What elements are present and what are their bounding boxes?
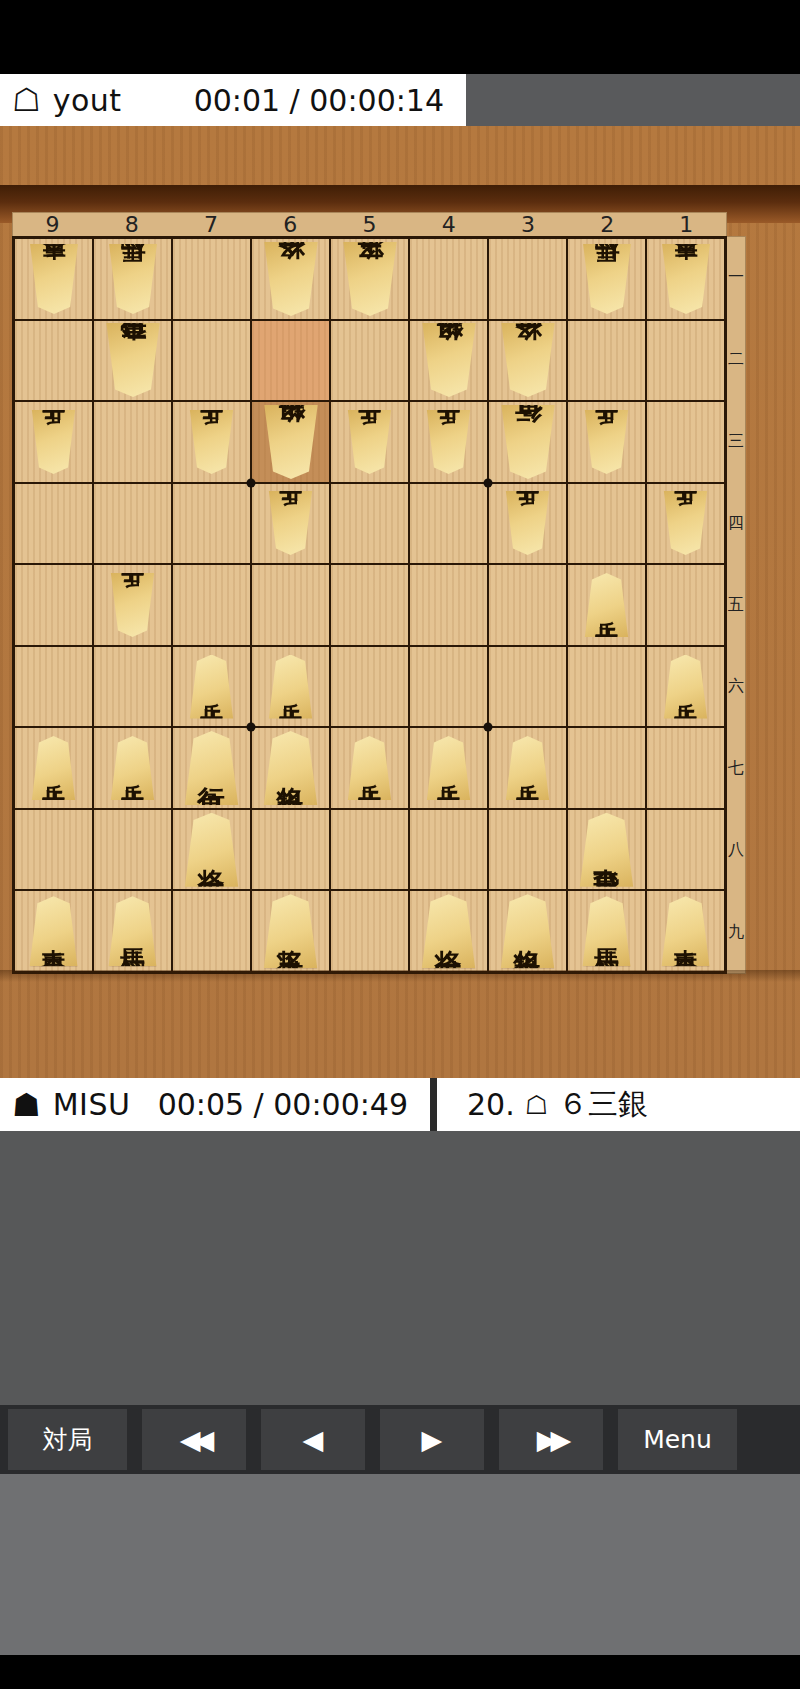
- shogi-piece-sente-歩兵[interactable]: 歩兵: [583, 573, 630, 637]
- board-cell-8四[interactable]: [94, 484, 171, 564]
- shogi-piece-gote-金将[interactable]: 金将: [262, 242, 320, 316]
- board-cell-6七[interactable]: 銀将: [252, 728, 329, 808]
- shogi-piece-sente-歩兵[interactable]: 歩兵: [109, 736, 156, 800]
- shogi-piece-gote-歩兵[interactable]: 歩兵: [583, 410, 630, 474]
- rank-label-二: 二: [727, 319, 745, 401]
- board-cell-4八[interactable]: [410, 810, 487, 890]
- file-label-6: 6: [251, 213, 330, 236]
- file-label-3: 3: [488, 213, 567, 236]
- lower-panel: [0, 1474, 800, 1655]
- shogi-piece-gote-香車[interactable]: 香車: [660, 244, 712, 314]
- game-button[interactable]: 対局: [8, 1409, 127, 1470]
- file-label-4: 4: [409, 213, 488, 236]
- shogi-piece-gote-歩兵[interactable]: 歩兵: [425, 410, 472, 474]
- board-cell-4七[interactable]: 歩兵: [410, 728, 487, 808]
- board-cell-1五[interactable]: [647, 565, 724, 645]
- board-cell-5七[interactable]: 歩兵: [331, 728, 408, 808]
- board-cell-3四[interactable]: 歩兵: [489, 484, 566, 564]
- board-cell-7七[interactable]: 角行: [173, 728, 250, 808]
- board-cell-9八[interactable]: [15, 810, 92, 890]
- board-cell-1四[interactable]: 歩兵: [647, 484, 724, 564]
- board-cell-7八[interactable]: 金将: [173, 810, 250, 890]
- shogi-piece-gote-銀将[interactable]: 銀将: [262, 405, 320, 479]
- board-cell-9五[interactable]: [15, 565, 92, 645]
- file-label-1: 1: [647, 213, 726, 236]
- skip-back-button[interactable]: ◀◀: [142, 1409, 246, 1470]
- board-cell-6五[interactable]: [252, 565, 329, 645]
- board-cell-4五[interactable]: [410, 565, 487, 645]
- board-cell-1二[interactable]: [647, 321, 724, 401]
- board-cell-1九[interactable]: 香車: [647, 891, 724, 971]
- board-cell-6一[interactable]: 金将: [252, 239, 329, 319]
- board-cell-9九[interactable]: 香車: [15, 891, 92, 971]
- shogi-piece-sente-桂馬[interactable]: 桂馬: [581, 896, 633, 966]
- board-cell-2二[interactable]: [568, 321, 645, 401]
- top-player-clock: 00:01 / 00:00:14: [194, 83, 466, 118]
- board-cell-6九[interactable]: 玉将: [252, 891, 329, 971]
- shogi-piece-sente-銀将[interactable]: 銀将: [262, 731, 320, 805]
- shogi-piece-gote-銀将[interactable]: 銀将: [420, 323, 478, 397]
- board-cell-1六[interactable]: 歩兵: [647, 647, 724, 727]
- board-cell-2四[interactable]: [568, 484, 645, 564]
- board-cell-9四[interactable]: [15, 484, 92, 564]
- board-cell-7九[interactable]: [173, 891, 250, 971]
- board-cell-2五[interactable]: 歩兵: [568, 565, 645, 645]
- file-label-9: 9: [13, 213, 92, 236]
- hoshi-dot: [483, 478, 492, 487]
- bottom-player-card: ☗ MISU 00:05 / 00:00:49: [0, 1078, 430, 1131]
- shogi-piece-sente-歩兵[interactable]: 歩兵: [504, 736, 551, 800]
- file-label-2: 2: [568, 213, 647, 236]
- board-cell-7二[interactable]: [173, 321, 250, 401]
- board-cell-7三[interactable]: 歩兵: [173, 402, 250, 482]
- shogi-piece-sente-歩兵[interactable]: 歩兵: [346, 736, 393, 800]
- rank-label-一: 一: [727, 237, 745, 319]
- shogi-piece-gote-歩兵[interactable]: 歩兵: [109, 573, 156, 637]
- board-cell-5八[interactable]: [331, 810, 408, 890]
- board-cell-3一[interactable]: [489, 239, 566, 319]
- board-cell-7四[interactable]: [173, 484, 250, 564]
- board-cell-1一[interactable]: 香車: [647, 239, 724, 319]
- board-cell-4四[interactable]: [410, 484, 487, 564]
- hoshi-dot: [247, 478, 256, 487]
- board-cell-5五[interactable]: [331, 565, 408, 645]
- board-cell-5二[interactable]: [331, 321, 408, 401]
- top-player-card: ☖ yout 00:01 / 00:00:14: [0, 74, 466, 126]
- shogi-piece-gote-歩兵[interactable]: 歩兵: [346, 410, 393, 474]
- shogi-piece-gote-飛車[interactable]: 飛車: [104, 323, 162, 397]
- shogi-piece-gote-歩兵[interactable]: 歩兵: [662, 491, 709, 555]
- shogi-piece-sente-銀将[interactable]: 銀将: [499, 894, 557, 968]
- board-cell-5九[interactable]: [331, 891, 408, 971]
- top-player-bar: ☖ yout 00:01 / 00:00:14: [0, 74, 800, 126]
- shogi-piece-sente-玉将[interactable]: 玉将: [262, 894, 320, 968]
- shogi-piece-sente-金将[interactable]: 金将: [183, 813, 241, 887]
- board-cell-3六[interactable]: [489, 647, 566, 727]
- status-bar-bottom: [0, 1655, 800, 1689]
- board-cell-4二[interactable]: 銀将: [410, 321, 487, 401]
- board-cell-4九[interactable]: 金将: [410, 891, 487, 971]
- board-cell-1三[interactable]: [647, 402, 724, 482]
- bottom-player-name: MISU: [53, 1087, 131, 1122]
- shogi-piece-gote-歩兵[interactable]: 歩兵: [188, 410, 235, 474]
- shogi-piece-gote-歩兵[interactable]: 歩兵: [504, 491, 551, 555]
- move-text: ６三銀: [558, 1084, 648, 1125]
- board-cell-8三[interactable]: [94, 402, 171, 482]
- shogi-board[interactable]: 香車桂馬金将王将桂馬香車飛車銀将金将歩兵歩兵銀将歩兵歩兵角行歩兵歩兵歩兵歩兵歩兵…: [12, 236, 727, 974]
- board-cell-6二[interactable]: [252, 321, 329, 401]
- board-wrap: 香車桂馬金将王将桂馬香車飛車銀将金将歩兵歩兵銀将歩兵歩兵角行歩兵歩兵歩兵歩兵歩兵…: [12, 236, 746, 974]
- board-cell-9一[interactable]: 香車: [15, 239, 92, 319]
- file-labels: 987654321: [12, 212, 727, 236]
- rank-label-八: 八: [727, 809, 745, 891]
- board-cell-8九[interactable]: 桂馬: [94, 891, 171, 971]
- shogi-piece-gote-歩兵[interactable]: 歩兵: [267, 491, 314, 555]
- rank-label-四: 四: [727, 482, 745, 564]
- skip-forward-button[interactable]: ▶▶: [499, 1409, 603, 1470]
- board-cell-8七[interactable]: 歩兵: [94, 728, 171, 808]
- board-cell-5一[interactable]: 王将: [331, 239, 408, 319]
- bottom-player-bar: ☗ MISU 00:05 / 00:00:49 20. ☖ ６三銀: [0, 1078, 800, 1131]
- board-bottom-shadow: [0, 970, 800, 982]
- rank-label-五: 五: [727, 564, 745, 646]
- board-cell-6八[interactable]: [252, 810, 329, 890]
- move-indicator: 20. ☖ ６三銀: [437, 1078, 800, 1131]
- board-cell-2三[interactable]: 歩兵: [568, 402, 645, 482]
- board-cell-2七[interactable]: [568, 728, 645, 808]
- hoshi-dot: [247, 723, 256, 732]
- board-cell-4六[interactable]: [410, 647, 487, 727]
- shogi-piece-sente-歩兵[interactable]: 歩兵: [662, 655, 709, 719]
- board-cell-9六[interactable]: [15, 647, 92, 727]
- file-label-5: 5: [330, 213, 409, 236]
- shogi-piece-sente-香車[interactable]: 香車: [28, 896, 80, 966]
- board-cell-6四[interactable]: 歩兵: [252, 484, 329, 564]
- board-cell-1八[interactable]: [647, 810, 724, 890]
- table-background: 987654321 香車桂馬金将王将桂馬香車飛車銀将金将歩兵歩兵銀将歩兵歩兵角行…: [0, 126, 800, 1080]
- rank-label-六: 六: [727, 646, 745, 728]
- shogi-piece-sente-角行[interactable]: 角行: [183, 731, 241, 805]
- sente-piece-icon: ☗: [12, 1086, 41, 1124]
- board-cell-8二[interactable]: 飛車: [94, 321, 171, 401]
- shogi-piece-sente-歩兵[interactable]: 歩兵: [188, 655, 235, 719]
- board-cell-8一[interactable]: 桂馬: [94, 239, 171, 319]
- rank-labels: 一二三四五六七八九: [727, 236, 746, 974]
- shogi-piece-sente-歩兵[interactable]: 歩兵: [425, 736, 472, 800]
- board-cell-2一[interactable]: 桂馬: [568, 239, 645, 319]
- board-cell-3八[interactable]: [489, 810, 566, 890]
- shogi-piece-sente-歩兵[interactable]: 歩兵: [267, 655, 314, 719]
- board-cell-9七[interactable]: 歩兵: [15, 728, 92, 808]
- controls-bar: 対局 ◀◀ ◀ ▶ ▶▶ Menu: [0, 1405, 800, 1474]
- board-cell-6六[interactable]: 歩兵: [252, 647, 329, 727]
- file-label-7: 7: [171, 213, 250, 236]
- rank-label-九: 九: [727, 891, 745, 973]
- shogi-piece-sente-香車[interactable]: 香車: [660, 896, 712, 966]
- board-cell-5六[interactable]: [331, 647, 408, 727]
- board-cell-2九[interactable]: 桂馬: [568, 891, 645, 971]
- board-cell-3三[interactable]: 角行: [489, 402, 566, 482]
- shogi-piece-sente-歩兵[interactable]: 歩兵: [30, 736, 77, 800]
- status-bar-top: [0, 0, 800, 74]
- move-number: 20.: [467, 1087, 515, 1122]
- board-cell-7六[interactable]: 歩兵: [173, 647, 250, 727]
- gote-move-icon: ☖: [525, 1090, 548, 1120]
- top-player-name: yout: [53, 83, 122, 118]
- step-forward-button[interactable]: ▶: [380, 1409, 484, 1470]
- bottom-player-clock: 00:05 / 00:00:49: [158, 1087, 430, 1122]
- board-cell-5四[interactable]: [331, 484, 408, 564]
- shogi-piece-gote-桂馬[interactable]: 桂馬: [581, 244, 633, 314]
- shogi-piece-gote-王将[interactable]: 王将: [341, 242, 399, 316]
- board-cell-3九[interactable]: 銀将: [489, 891, 566, 971]
- board-cell-1七[interactable]: [647, 728, 724, 808]
- shogi-piece-sente-金将[interactable]: 金将: [420, 894, 478, 968]
- board-cell-3二[interactable]: 金将: [489, 321, 566, 401]
- move-list-panel: [0, 1131, 800, 1405]
- board-cell-4三[interactable]: 歩兵: [410, 402, 487, 482]
- board-cell-7五[interactable]: [173, 565, 250, 645]
- shogi-piece-gote-桂馬[interactable]: 桂馬: [107, 244, 159, 314]
- board-cell-8八[interactable]: [94, 810, 171, 890]
- rank-label-三: 三: [727, 401, 745, 483]
- file-label-8: 8: [92, 213, 171, 236]
- board-cell-9三[interactable]: 歩兵: [15, 402, 92, 482]
- shogi-piece-sente-飛車[interactable]: 飛車: [578, 813, 636, 887]
- hoshi-dot: [483, 723, 492, 732]
- board-cell-3五[interactable]: [489, 565, 566, 645]
- shogi-piece-gote-金将[interactable]: 金将: [499, 323, 557, 397]
- board-cell-3七[interactable]: 歩兵: [489, 728, 566, 808]
- board-cell-2八[interactable]: 飛車: [568, 810, 645, 890]
- board-cell-8六[interactable]: [94, 647, 171, 727]
- shogi-piece-gote-歩兵[interactable]: 歩兵: [30, 410, 77, 474]
- board-cell-8五[interactable]: 歩兵: [94, 565, 171, 645]
- board-cell-2六[interactable]: [568, 647, 645, 727]
- menu-button[interactable]: Menu: [618, 1409, 737, 1470]
- shogi-piece-gote-角行[interactable]: 角行: [499, 405, 557, 479]
- step-back-button[interactable]: ◀: [261, 1409, 365, 1470]
- board-cell-6三[interactable]: 銀将: [252, 402, 329, 482]
- rank-label-七: 七: [727, 728, 745, 810]
- board-cell-5三[interactable]: 歩兵: [331, 402, 408, 482]
- board-cell-7一[interactable]: [173, 239, 250, 319]
- board-cell-4一[interactable]: [410, 239, 487, 319]
- board-cell-9二[interactable]: [15, 321, 92, 401]
- gote-piece-icon: ☖: [12, 81, 41, 119]
- shogi-piece-gote-香車[interactable]: 香車: [28, 244, 80, 314]
- shogi-piece-sente-桂馬[interactable]: 桂馬: [107, 896, 159, 966]
